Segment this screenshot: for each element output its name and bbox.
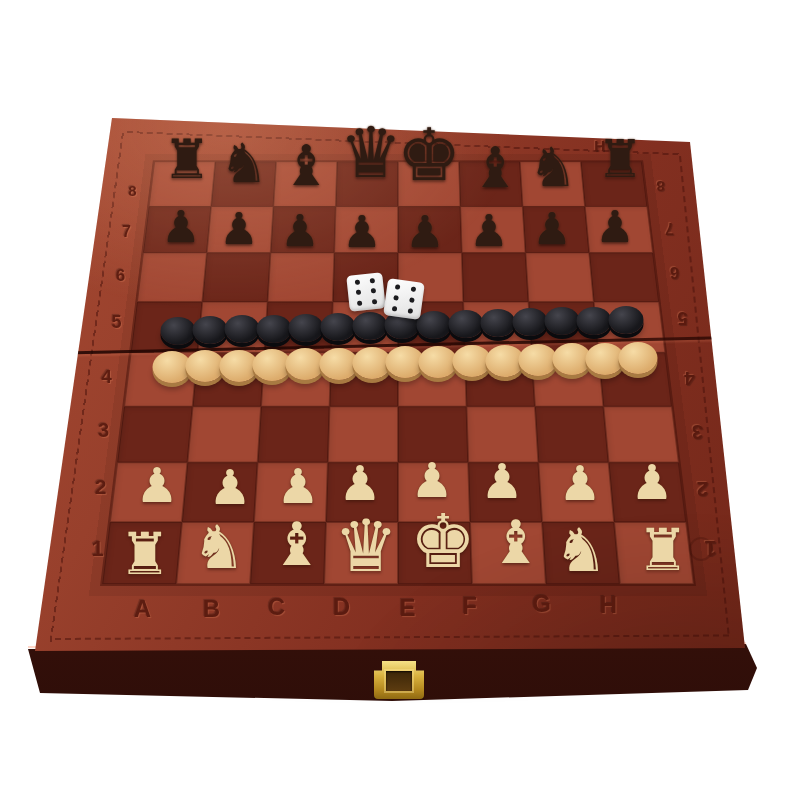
dark-rook-h8[interactable]: ♜ — [597, 133, 644, 185]
die-pip — [408, 308, 414, 314]
checker-black-5[interactable] — [289, 314, 324, 342]
die-pip — [370, 278, 375, 283]
checker-black-14[interactable] — [577, 307, 612, 335]
dark-queen-d8[interactable]: ♛ — [340, 118, 403, 188]
checker-black-15[interactable] — [609, 306, 644, 334]
light-knight-g1[interactable]: ♞ — [554, 520, 608, 580]
die-pip — [372, 299, 377, 304]
light-pawn-h2[interactable]: ♟ — [630, 458, 673, 506]
light-pawn-a2[interactable]: ♟ — [135, 461, 178, 509]
checker-light-15[interactable] — [619, 342, 658, 374]
checker-black-7[interactable] — [353, 312, 388, 340]
checker-black-4[interactable] — [257, 315, 292, 343]
dark-pawn-h7[interactable]: ♟ — [595, 205, 634, 249]
dark-pawn-a7[interactable]: ♟ — [161, 205, 200, 249]
light-queen-d1[interactable]: ♛ — [334, 510, 399, 582]
dark-pawn-f7[interactable]: ♟ — [469, 209, 508, 253]
dark-pawn-d7[interactable]: ♟ — [342, 210, 381, 254]
light-rook-a1[interactable]: ♜ — [119, 525, 171, 583]
light-rook-h1[interactable]: ♜ — [637, 521, 689, 579]
dark-king-e8[interactable]: ♚ — [397, 119, 462, 191]
checker-black-3[interactable] — [225, 315, 260, 343]
die-pip — [395, 284, 401, 290]
die-pip — [411, 287, 417, 293]
checker-black-13[interactable] — [545, 307, 580, 335]
checker-black-10[interactable] — [449, 310, 484, 338]
light-pawn-d2[interactable]: ♟ — [338, 459, 381, 507]
die-pip — [392, 306, 398, 312]
die-pip — [357, 300, 362, 305]
dark-bishop-f8[interactable]: ♝ — [470, 140, 520, 196]
light-pawn-g2[interactable]: ♟ — [558, 459, 601, 507]
light-bishop-f1[interactable]: ♝ — [489, 512, 543, 572]
dark-pawn-g7[interactable]: ♟ — [532, 207, 571, 251]
light-pawn-f2[interactable]: ♟ — [480, 457, 523, 505]
die-1[interactable] — [346, 272, 386, 312]
die-2[interactable] — [383, 278, 425, 320]
dark-pawn-c7[interactable]: ♟ — [280, 209, 319, 253]
light-pawn-e2[interactable]: ♟ — [410, 456, 453, 504]
die-pip — [393, 295, 399, 301]
product-photo-scene: 8765432187654321ABCDEFGHH ♜♞♝♛♚♝♞♜♟♟♟♟♟♟… — [0, 0, 800, 800]
light-bishop-c1[interactable]: ♝ — [270, 514, 324, 574]
light-pawn-c2[interactable]: ♟ — [276, 462, 319, 510]
gold-clasp-slot — [386, 671, 412, 691]
checker-black-12[interactable] — [513, 308, 548, 336]
dark-knight-b8[interactable]: ♞ — [220, 137, 268, 191]
checker-black-6[interactable] — [321, 313, 356, 341]
dark-pawn-e7[interactable]: ♟ — [405, 210, 444, 254]
gold-clasp[interactable] — [371, 653, 427, 702]
dark-pawn-b7[interactable]: ♟ — [219, 207, 258, 251]
dark-bishop-c8[interactable]: ♝ — [281, 138, 331, 194]
dark-rook-a8[interactable]: ♜ — [163, 133, 211, 187]
checker-black-1[interactable] — [161, 317, 196, 345]
light-knight-b1[interactable]: ♞ — [192, 517, 246, 577]
checker-black-9[interactable] — [417, 311, 452, 339]
light-pawn-b2[interactable]: ♟ — [208, 463, 251, 511]
die-pip — [354, 280, 359, 285]
die-pip — [409, 297, 415, 303]
die-pip — [356, 290, 361, 295]
dark-knight-g8[interactable]: ♞ — [529, 141, 577, 195]
light-king-e1[interactable]: ♚ — [410, 504, 476, 578]
die-pip — [371, 288, 376, 293]
checker-black-2[interactable] — [193, 316, 228, 344]
checker-black-11[interactable] — [481, 309, 516, 337]
